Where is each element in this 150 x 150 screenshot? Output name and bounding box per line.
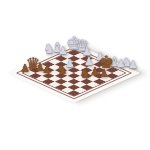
- board-squares-grid: [22, 49, 127, 96]
- chess-set-product-photo: ♞♝♟♚♛♟♟♟♟♝♟♞♟♟♛♟♟♞♞♟♚♟: [0, 0, 150, 150]
- chess-board: [8, 43, 141, 103]
